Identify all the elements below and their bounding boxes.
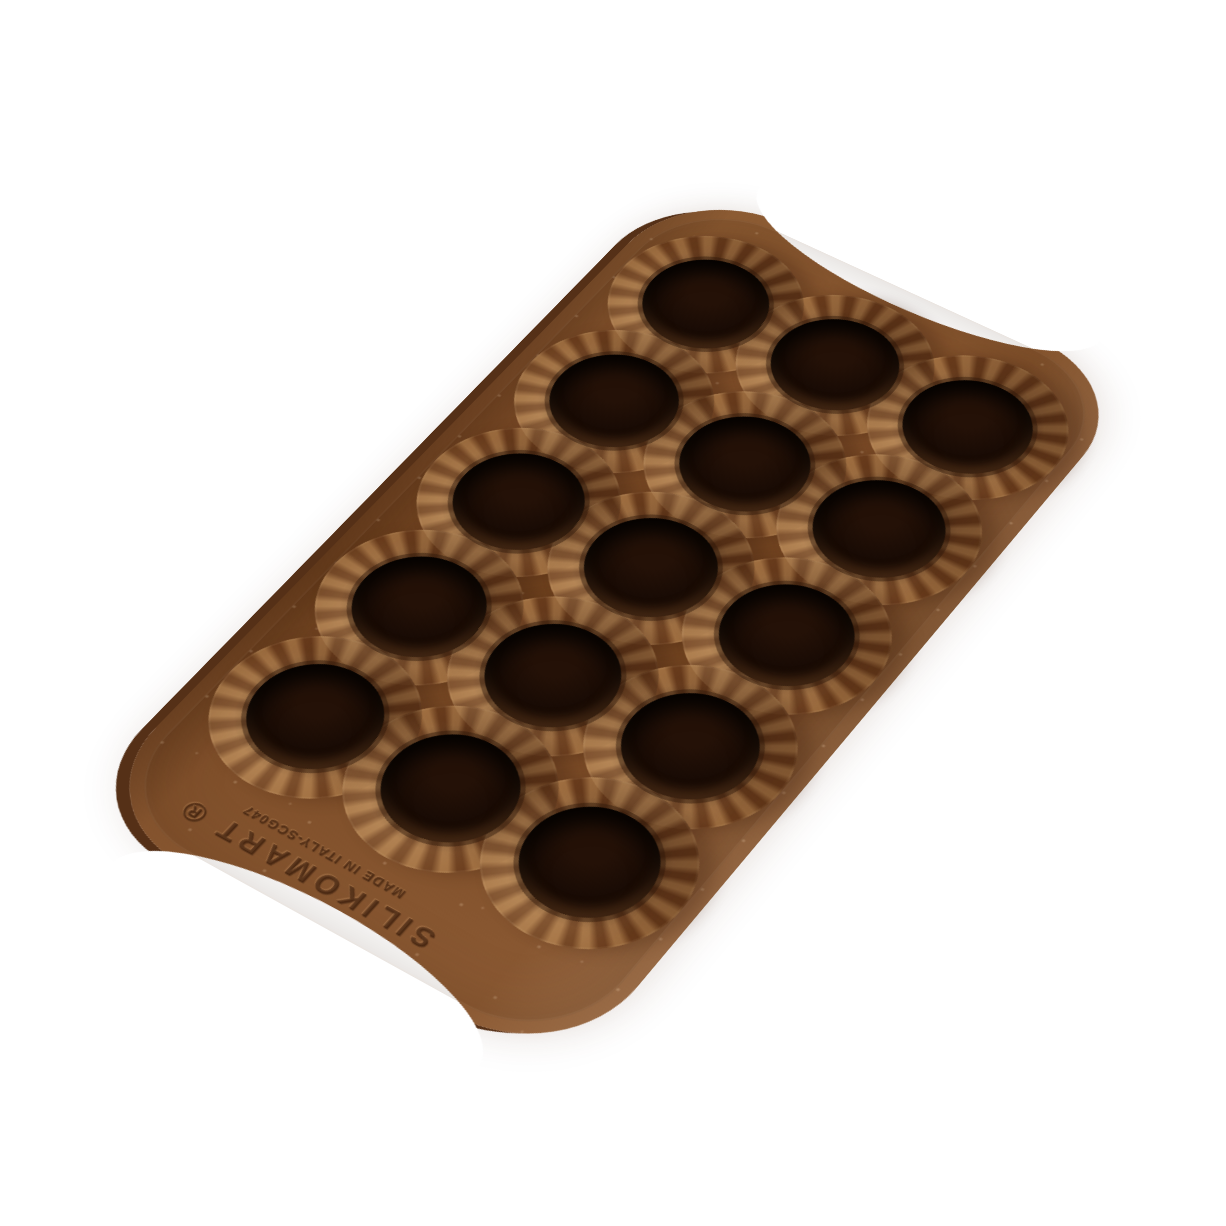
cavity-hole xyxy=(492,786,687,939)
product-photo: SILIKOMART ® MADE IN ITALY-SCG047 xyxy=(0,0,1226,1226)
chocolate-mold-tray: SILIKOMART ® MADE IN ITALY-SCG047 xyxy=(79,180,1141,1074)
